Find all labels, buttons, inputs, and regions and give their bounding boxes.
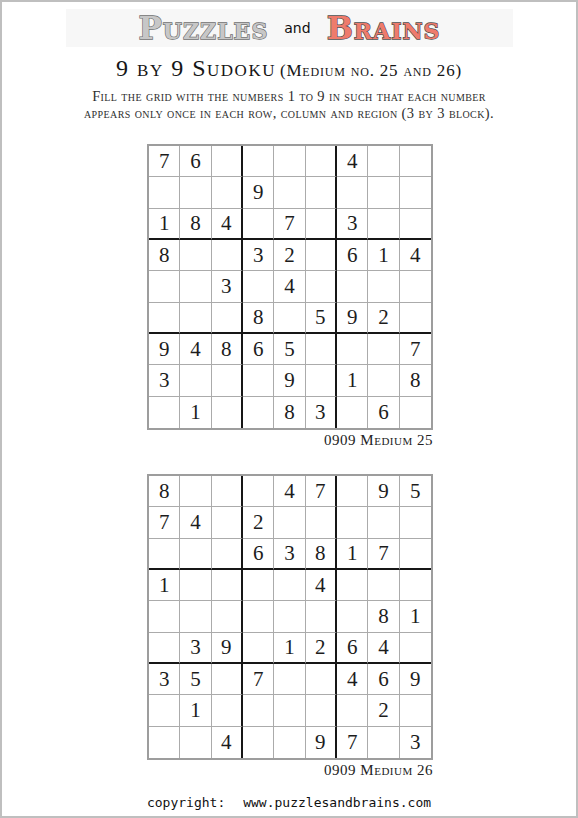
sudoku-cell xyxy=(149,271,180,302)
sudoku-cell xyxy=(180,570,211,601)
sudoku-cell: 6 xyxy=(243,539,274,570)
footer: copyright:www.puzzlesandbrains.com xyxy=(2,795,576,810)
sudoku-cell xyxy=(337,177,368,208)
sudoku-grid-26: 84795742638171481391264357469124973 xyxy=(147,474,433,760)
sudoku-cell xyxy=(274,177,305,208)
page-title: 9 by 9 Sudoku (Medium no. 25 and 26) xyxy=(2,55,576,82)
sudoku-cell: 2 xyxy=(243,507,274,538)
sudoku-cell xyxy=(400,177,431,208)
sudoku-cell xyxy=(149,727,180,758)
sudoku-cell xyxy=(368,271,399,302)
sudoku-cell: 4 xyxy=(180,507,211,538)
sudoku-cell xyxy=(274,727,305,758)
sudoku-cell xyxy=(243,271,274,302)
sudoku-cell: 2 xyxy=(368,695,399,726)
sudoku-cell xyxy=(212,507,243,538)
sudoku-cell: 4 xyxy=(274,476,305,507)
sudoku-cell: 7 xyxy=(243,664,274,695)
sudoku-cell: 5 xyxy=(306,303,337,334)
sudoku-cell xyxy=(306,507,337,538)
sudoku-cell xyxy=(274,570,305,601)
sudoku-cell: 3 xyxy=(400,727,431,758)
sudoku-cell xyxy=(149,177,180,208)
sudoku-cell: 4 xyxy=(212,209,243,240)
sudoku-cell: 7 xyxy=(274,209,305,240)
puzzle-page: Puzzles and Brains 9 by 9 Sudoku (Medium… xyxy=(0,0,578,818)
sudoku-cell: 3 xyxy=(306,397,337,428)
sudoku-cell: 4 xyxy=(212,727,243,758)
sudoku-cell: 8 xyxy=(274,397,305,428)
sudoku-cell: 6 xyxy=(368,397,399,428)
sudoku-cell: 7 xyxy=(149,507,180,538)
sudoku-grid-25: 76491847383261434859294865739181836 xyxy=(147,144,433,430)
sudoku-cell: 9 xyxy=(274,365,305,396)
logo-puzzles-text: Puzzles xyxy=(139,13,269,44)
instructions: Fill the grid with the numbers 1 to 9 in… xyxy=(2,88,576,122)
sudoku-cell xyxy=(368,209,399,240)
sudoku-cell: 7 xyxy=(306,476,337,507)
instructions-line-2: appears only once in each row, column an… xyxy=(2,105,576,122)
sudoku-cell xyxy=(306,209,337,240)
sudoku-cell xyxy=(180,271,211,302)
sudoku-cell xyxy=(243,695,274,726)
sudoku-cell: 8 xyxy=(243,303,274,334)
copyright-label: copyright: xyxy=(147,795,225,810)
sudoku-cell xyxy=(337,601,368,632)
sudoku-cell xyxy=(149,695,180,726)
sudoku-cell: 9 xyxy=(243,177,274,208)
sudoku-cell: 1 xyxy=(400,601,431,632)
sudoku-cell xyxy=(400,539,431,570)
sudoku-cell: 7 xyxy=(149,146,180,177)
sudoku-cell xyxy=(149,539,180,570)
sudoku-cell: 4 xyxy=(400,240,431,271)
sudoku-cell xyxy=(400,303,431,334)
sudoku-cell xyxy=(180,539,211,570)
sudoku-cell xyxy=(212,664,243,695)
sudoku-cell: 2 xyxy=(274,240,305,271)
sudoku-cell: 8 xyxy=(180,209,211,240)
puzzle-caption-26: 0909 Medium 26 xyxy=(147,762,433,779)
sudoku-cell: 1 xyxy=(180,397,211,428)
sudoku-cell xyxy=(337,334,368,365)
sudoku-cell: 4 xyxy=(274,271,305,302)
sudoku-cell xyxy=(212,601,243,632)
sudoku-cell xyxy=(368,365,399,396)
sudoku-cell xyxy=(274,601,305,632)
sudoku-cell xyxy=(243,146,274,177)
sudoku-cell: 6 xyxy=(180,146,211,177)
sudoku-cell xyxy=(400,271,431,302)
sudoku-cell xyxy=(400,209,431,240)
instructions-line-1: Fill the grid with the numbers 1 to 9 in… xyxy=(2,88,576,105)
sudoku-cell: 1 xyxy=(149,570,180,601)
sudoku-cell xyxy=(212,695,243,726)
sudoku-cell xyxy=(212,365,243,396)
sudoku-cell: 5 xyxy=(274,334,305,365)
sudoku-cell xyxy=(212,146,243,177)
sudoku-cell xyxy=(180,303,211,334)
sudoku-cell xyxy=(368,177,399,208)
sudoku-cell xyxy=(306,695,337,726)
sudoku-cell: 9 xyxy=(400,664,431,695)
sudoku-cell: 8 xyxy=(149,240,180,271)
sudoku-cell: 9 xyxy=(306,727,337,758)
sudoku-cell xyxy=(149,601,180,632)
sudoku-cell xyxy=(180,601,211,632)
sudoku-cell xyxy=(212,570,243,601)
sudoku-cell xyxy=(180,177,211,208)
sudoku-cell xyxy=(243,633,274,664)
sudoku-cell: 5 xyxy=(180,664,211,695)
sudoku-cell xyxy=(368,727,399,758)
sudoku-cell xyxy=(306,365,337,396)
sudoku-cell xyxy=(180,476,211,507)
sudoku-cell: 5 xyxy=(400,476,431,507)
sudoku-cell: 2 xyxy=(306,633,337,664)
sudoku-cell xyxy=(337,397,368,428)
sudoku-cell xyxy=(243,209,274,240)
sudoku-cell: 3 xyxy=(149,664,180,695)
sudoku-cell xyxy=(368,146,399,177)
sudoku-cell: 1 xyxy=(368,240,399,271)
sudoku-cell xyxy=(243,365,274,396)
sudoku-cell: 9 xyxy=(337,303,368,334)
sudoku-cell xyxy=(400,507,431,538)
sudoku-cell: 8 xyxy=(306,539,337,570)
sudoku-cell: 2 xyxy=(368,303,399,334)
sudoku-cell: 7 xyxy=(337,727,368,758)
sudoku-cell: 7 xyxy=(400,334,431,365)
sudoku-cell xyxy=(149,303,180,334)
sudoku-cell: 4 xyxy=(180,334,211,365)
sudoku-cell xyxy=(368,507,399,538)
sudoku-cell: 3 xyxy=(337,209,368,240)
sudoku-cell xyxy=(368,570,399,601)
page-title-suffix: (Medium no. 25 and 26) xyxy=(280,61,462,80)
sudoku-cell: 1 xyxy=(149,209,180,240)
sudoku-cell xyxy=(337,695,368,726)
sudoku-cell: 6 xyxy=(368,664,399,695)
sudoku-cell: 3 xyxy=(149,365,180,396)
sudoku-cell: 8 xyxy=(368,601,399,632)
sudoku-cell xyxy=(243,397,274,428)
sudoku-cell: 9 xyxy=(149,334,180,365)
sudoku-cell xyxy=(306,177,337,208)
sudoku-cell: 6 xyxy=(337,633,368,664)
sudoku-cell xyxy=(337,507,368,538)
sudoku-cell xyxy=(180,727,211,758)
sudoku-cell xyxy=(274,146,305,177)
sudoku-cell: 4 xyxy=(337,146,368,177)
sudoku-cell: 4 xyxy=(337,664,368,695)
sudoku-cell xyxy=(400,146,431,177)
sudoku-cell: 4 xyxy=(306,570,337,601)
sudoku-cell: 6 xyxy=(243,334,274,365)
sudoku-cell xyxy=(212,240,243,271)
sudoku-cell: 1 xyxy=(180,695,211,726)
sudoku-cell xyxy=(306,664,337,695)
sudoku-cell xyxy=(243,601,274,632)
sudoku-cell xyxy=(274,664,305,695)
sudoku-cell: 9 xyxy=(212,633,243,664)
sudoku-cell xyxy=(180,365,211,396)
sudoku-cell: 6 xyxy=(337,240,368,271)
sudoku-cell xyxy=(337,271,368,302)
sudoku-cell xyxy=(243,570,274,601)
logo-brains-text: Brains xyxy=(327,13,441,44)
sudoku-cell xyxy=(149,633,180,664)
sudoku-cell xyxy=(212,397,243,428)
sudoku-cell: 8 xyxy=(212,334,243,365)
sudoku-cell xyxy=(337,570,368,601)
sudoku-cell xyxy=(212,476,243,507)
logo-banner: Puzzles and Brains xyxy=(66,9,513,47)
sudoku-cell xyxy=(306,601,337,632)
sudoku-cell: 1 xyxy=(274,633,305,664)
sudoku-cell: 4 xyxy=(368,633,399,664)
sudoku-cell: 1 xyxy=(337,365,368,396)
sudoku-cell: 8 xyxy=(149,476,180,507)
sudoku-cell: 7 xyxy=(368,539,399,570)
sudoku-cell xyxy=(400,570,431,601)
sudoku-cell xyxy=(400,633,431,664)
puzzle-caption-25: 0909 Medium 25 xyxy=(147,432,433,449)
sudoku-cell xyxy=(337,476,368,507)
sudoku-cell xyxy=(274,507,305,538)
site-url[interactable]: www.puzzlesandbrains.com xyxy=(243,795,431,810)
sudoku-cell xyxy=(274,695,305,726)
page-title-main: 9 by 9 Sudoku xyxy=(116,55,276,81)
sudoku-cell xyxy=(243,727,274,758)
sudoku-cell: 3 xyxy=(212,271,243,302)
sudoku-cell: 3 xyxy=(274,539,305,570)
sudoku-cell xyxy=(368,334,399,365)
sudoku-cell xyxy=(400,397,431,428)
sudoku-cell: 3 xyxy=(243,240,274,271)
sudoku-cell xyxy=(306,334,337,365)
sudoku-cell xyxy=(306,271,337,302)
sudoku-cell: 1 xyxy=(337,539,368,570)
sudoku-cell: 9 xyxy=(368,476,399,507)
sudoku-cell xyxy=(212,303,243,334)
sudoku-cell xyxy=(243,476,274,507)
sudoku-cell xyxy=(400,695,431,726)
sudoku-cell xyxy=(180,240,211,271)
sudoku-cell xyxy=(212,539,243,570)
sudoku-cell xyxy=(274,303,305,334)
sudoku-cell xyxy=(149,397,180,428)
sudoku-cell xyxy=(306,146,337,177)
logo-and-text: and xyxy=(282,20,312,36)
sudoku-cell xyxy=(212,177,243,208)
sudoku-cell xyxy=(306,240,337,271)
sudoku-cell: 8 xyxy=(400,365,431,396)
sudoku-cell: 3 xyxy=(180,633,211,664)
